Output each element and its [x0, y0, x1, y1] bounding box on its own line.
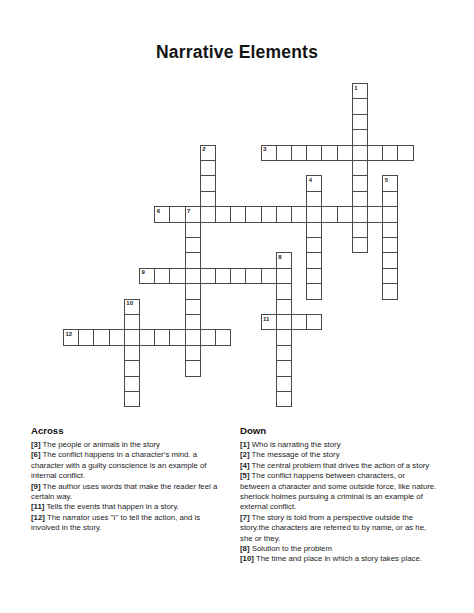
grid-cell[interactable] — [276, 145, 292, 161]
grid-cell[interactable] — [352, 237, 368, 253]
clue-line: [9] The author uses words that make the … — [31, 482, 233, 492]
grid-cell[interactable] — [306, 191, 322, 207]
clue-number: [12] — [31, 513, 45, 522]
grid-cell[interactable] — [139, 329, 155, 345]
grid-cell[interactable] — [124, 376, 140, 392]
grid-cell[interactable] — [276, 206, 292, 222]
grid-cell[interactable] — [169, 329, 185, 345]
cell-number: 6 — [157, 208, 160, 215]
grid-cell[interactable] — [169, 206, 185, 222]
grid-cell[interactable]: 5 — [382, 175, 398, 191]
clue-across-9: [9] The author uses words that make the … — [31, 482, 233, 503]
grid-cell[interactable] — [93, 329, 109, 345]
grid-cell[interactable] — [124, 329, 140, 345]
grid-cell[interactable] — [397, 145, 413, 161]
clue-number: [7] — [240, 513, 250, 522]
clue-line: [5] The conflict happens between charact… — [240, 471, 466, 481]
clue-line: certain way. — [31, 492, 233, 502]
clue-line: [10] The time and place in which a story… — [240, 554, 466, 564]
clue-line: story.the characters are referred to by … — [240, 523, 466, 533]
grid-cell[interactable] — [306, 252, 322, 268]
grid-cell[interactable] — [215, 329, 231, 345]
clue-across-11: [11] Tells the events that happen in a s… — [31, 502, 233, 512]
grid-cell[interactable] — [261, 206, 277, 222]
cell-number: 10 — [126, 300, 133, 307]
grid-cell[interactable] — [185, 345, 201, 361]
grid-cell[interactable] — [124, 360, 140, 376]
clue-number: [11] — [31, 502, 44, 511]
grid-cell[interactable] — [291, 206, 307, 222]
grid-cell[interactable] — [200, 268, 216, 284]
grid-cell[interactable] — [230, 268, 246, 284]
grid-cell[interactable] — [276, 268, 292, 284]
grid-cell[interactable] — [185, 360, 201, 376]
grid-cell[interactable] — [124, 314, 140, 330]
grid-cell[interactable] — [337, 145, 353, 161]
clue-number: [4] — [240, 461, 250, 470]
grid-cell[interactable] — [306, 237, 322, 253]
grid-cell[interactable] — [215, 206, 231, 222]
clue-line: internal conflict. — [31, 471, 233, 481]
clue-number: [10] — [240, 554, 254, 563]
grid-cell[interactable] — [337, 206, 353, 222]
cell-number: 8 — [278, 254, 281, 261]
clue-line: [2] The message of the story — [240, 450, 466, 460]
clue-down-5: [5] The conflict happens between charact… — [240, 471, 466, 513]
clue-line: between a character and some outside for… — [240, 482, 466, 492]
grid-cell[interactable] — [276, 345, 292, 361]
cell-number: 11 — [263, 316, 269, 323]
grid-cell[interactable]: 6 — [154, 206, 170, 222]
grid-cell[interactable] — [306, 314, 322, 330]
clue-line: she or they. — [240, 534, 466, 544]
clue-line: [7] The story is told from a perspective… — [240, 513, 466, 523]
puzzle-title: Narrative Elements — [0, 42, 474, 63]
grid-cell[interactable]: 3 — [261, 145, 277, 161]
grid-cell[interactable] — [276, 283, 292, 299]
grid-cell[interactable]: 11 — [261, 314, 277, 330]
clue-line: [6] The conflict happens in a character'… — [31, 450, 233, 460]
grid-cell[interactable] — [276, 360, 292, 376]
clue-number: [8] — [240, 544, 250, 553]
grid-cell[interactable] — [215, 268, 231, 284]
clue-across-12: [12] The narrator uses "I" to tell the a… — [31, 513, 233, 534]
clue-down-2: [2] The message of the story — [240, 450, 466, 460]
grid-cell[interactable] — [306, 145, 322, 161]
clue-down-10: [10] The time and place in which a story… — [240, 554, 466, 564]
clue-number: [6] — [31, 450, 41, 459]
grid-cell[interactable]: 1 — [352, 83, 368, 99]
grid-cell[interactable] — [291, 145, 307, 161]
grid-cell[interactable] — [352, 206, 368, 222]
grid-cell[interactable]: 4 — [306, 175, 322, 191]
grid-cell[interactable] — [321, 145, 337, 161]
grid-cell[interactable] — [352, 114, 368, 130]
clue-line: [8] Solution to the problem — [240, 544, 466, 554]
grid-cell[interactable] — [382, 206, 398, 222]
clue-line: [3] The people or animals in the story — [31, 440, 233, 450]
down-clues-section: Down [1] Who is narrating the story[2] T… — [240, 426, 466, 565]
grid-cell[interactable] — [245, 206, 261, 222]
grid-cell[interactable] — [291, 314, 307, 330]
clue-across-3: [3] The people or animals in the story — [31, 440, 233, 450]
grid-cell[interactable] — [382, 237, 398, 253]
grid-cell[interactable] — [169, 268, 185, 284]
grid-cell[interactable] — [276, 391, 292, 407]
grid-cell[interactable] — [276, 329, 292, 345]
clue-line: [4] The central problem that drives the … — [240, 461, 466, 471]
grid-cell[interactable] — [124, 345, 140, 361]
clue-across-6: [6] The conflict happens in a character'… — [31, 450, 233, 481]
grid-cell[interactable] — [185, 222, 201, 238]
grid-cell[interactable] — [382, 268, 398, 284]
across-clues-section: Across [3] The people or animals in the … — [31, 426, 233, 534]
clue-down-8: [8] Solution to the problem — [240, 544, 466, 554]
grid-cell[interactable]: 10 — [124, 299, 140, 315]
grid-cell[interactable] — [352, 129, 368, 145]
down-heading: Down — [240, 426, 466, 436]
clue-line: [1] Who is narrating the story — [240, 440, 466, 450]
grid-cell[interactable] — [185, 283, 201, 299]
cell-number: 3 — [263, 146, 266, 153]
grid-cell[interactable] — [200, 206, 216, 222]
clue-number: [3] — [31, 440, 41, 449]
grid-cell[interactable] — [276, 376, 292, 392]
clue-number: [1] — [240, 440, 250, 449]
clue-line: [12] The narrator uses "I" to tell the a… — [31, 513, 233, 523]
clue-line: involved in the story. — [31, 523, 233, 533]
grid-cell[interactable] — [185, 314, 201, 330]
clue-line: sherlock holmes pursuing a criminal is a… — [240, 492, 466, 502]
grid-cell[interactable]: 7 — [185, 206, 201, 222]
clue-down-1: [1] Who is narrating the story — [240, 440, 466, 450]
grid-cell[interactable] — [352, 98, 368, 114]
grid-cell[interactable] — [109, 329, 125, 345]
grid-cell[interactable] — [185, 268, 201, 284]
grid-cell[interactable]: 9 — [139, 268, 155, 284]
clue-line: [11] Tells the events that happen in a s… — [31, 502, 233, 512]
grid-cell[interactable] — [352, 160, 368, 176]
grid-cell[interactable] — [321, 206, 337, 222]
cell-number: 12 — [66, 331, 73, 338]
across-clue-list: [3] The people or animals in the story[6… — [31, 440, 233, 534]
grid-cell[interactable] — [382, 252, 398, 268]
grid-cell[interactable] — [382, 283, 398, 299]
clue-number: [9] — [31, 482, 41, 491]
grid-cell[interactable] — [367, 145, 383, 161]
clue-down-4: [4] The central problem that drives the … — [240, 461, 466, 471]
grid-cell[interactable] — [185, 299, 201, 315]
grid-cell[interactable] — [382, 145, 398, 161]
grid-cell[interactable] — [245, 268, 261, 284]
cell-number: 7 — [187, 208, 190, 215]
clue-line: character with a guilty conscience is an… — [31, 461, 233, 471]
grid-cell[interactable] — [154, 329, 170, 345]
cell-number: 2 — [202, 146, 205, 153]
cell-number: 4 — [309, 177, 312, 184]
grid-cell[interactable] — [230, 206, 246, 222]
across-heading: Across — [31, 426, 233, 436]
grid-cell[interactable] — [382, 191, 398, 207]
grid-cell[interactable] — [306, 268, 322, 284]
down-clue-list: [1] Who is narrating the story[2] The me… — [240, 440, 466, 565]
grid-cell[interactable] — [276, 299, 292, 315]
grid-cell[interactable] — [352, 191, 368, 207]
grid-cell[interactable] — [306, 222, 322, 238]
grid-cell[interactable] — [306, 206, 322, 222]
grid-cell[interactable] — [352, 145, 368, 161]
cell-number: 1 — [354, 85, 357, 92]
grid-cell[interactable] — [185, 237, 201, 253]
grid-cell[interactable] — [200, 191, 216, 207]
grid-cell[interactable] — [261, 268, 277, 284]
grid-cell[interactable] — [185, 252, 201, 268]
grid-cell[interactable] — [200, 329, 216, 345]
grid-cell[interactable] — [200, 160, 216, 176]
grid-cell[interactable] — [367, 206, 383, 222]
clue-number: [5] — [240, 471, 250, 480]
grid-cell[interactable] — [382, 222, 398, 238]
clue-line: external conflict. — [240, 502, 466, 512]
clue-down-7: [7] The story is told from a perspective… — [240, 513, 466, 544]
grid-cell[interactable] — [185, 329, 201, 345]
grid-cell[interactable] — [306, 283, 322, 299]
grid-cell[interactable] — [154, 268, 170, 284]
grid-cell[interactable]: 2 — [200, 145, 216, 161]
cell-number: 5 — [385, 177, 388, 184]
grid-cell[interactable] — [78, 329, 94, 345]
grid-cell[interactable]: 8 — [276, 252, 292, 268]
cell-number: 9 — [142, 269, 145, 276]
grid-cell[interactable] — [200, 175, 216, 191]
grid-cell[interactable] — [124, 391, 140, 407]
grid-cell[interactable] — [276, 314, 292, 330]
grid-cell[interactable] — [352, 222, 368, 238]
grid-cell[interactable]: 12 — [63, 329, 79, 345]
grid-cell[interactable] — [352, 175, 368, 191]
clue-number: [2] — [240, 450, 250, 459]
